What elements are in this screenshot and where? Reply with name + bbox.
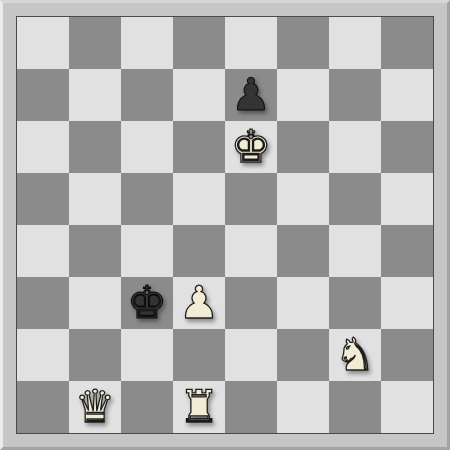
square-d7[interactable]: [173, 69, 225, 121]
square-h4[interactable]: [381, 225, 433, 277]
square-f6[interactable]: [277, 121, 329, 173]
square-g1[interactable]: [329, 381, 381, 433]
square-f8[interactable]: [277, 17, 329, 69]
square-c6[interactable]: [121, 121, 173, 173]
square-g3[interactable]: [329, 277, 381, 329]
square-b2[interactable]: [69, 329, 121, 381]
square-b4[interactable]: [69, 225, 121, 277]
square-e6[interactable]: ♚: [225, 121, 277, 173]
square-g8[interactable]: [329, 17, 381, 69]
square-h3[interactable]: [381, 277, 433, 329]
square-f2[interactable]: [277, 329, 329, 381]
square-c2[interactable]: [121, 329, 173, 381]
white-knight[interactable]: ♞: [335, 329, 375, 381]
black-pawn[interactable]: ♟: [231, 69, 271, 121]
square-a7[interactable]: [17, 69, 69, 121]
white-queen[interactable]: ♛: [75, 381, 115, 433]
square-e4[interactable]: [225, 225, 277, 277]
white-king[interactable]: ♚: [231, 121, 271, 173]
square-b1[interactable]: ♛: [69, 381, 121, 433]
square-g7[interactable]: [329, 69, 381, 121]
square-d4[interactable]: [173, 225, 225, 277]
square-d5[interactable]: [173, 173, 225, 225]
square-h6[interactable]: [381, 121, 433, 173]
square-f7[interactable]: [277, 69, 329, 121]
square-d3[interactable]: ♟: [173, 277, 225, 329]
square-a6[interactable]: [17, 121, 69, 173]
square-e2[interactable]: [225, 329, 277, 381]
square-g2[interactable]: ♞: [329, 329, 381, 381]
square-g5[interactable]: [329, 173, 381, 225]
square-e7[interactable]: ♟: [225, 69, 277, 121]
square-d1[interactable]: ♜: [173, 381, 225, 433]
square-d8[interactable]: [173, 17, 225, 69]
square-d2[interactable]: [173, 329, 225, 381]
square-f5[interactable]: [277, 173, 329, 225]
square-a2[interactable]: [17, 329, 69, 381]
square-c7[interactable]: [121, 69, 173, 121]
square-c5[interactable]: [121, 173, 173, 225]
square-b5[interactable]: [69, 173, 121, 225]
square-e3[interactable]: [225, 277, 277, 329]
square-c8[interactable]: [121, 17, 173, 69]
square-e8[interactable]: [225, 17, 277, 69]
white-pawn[interactable]: ♟: [179, 277, 219, 329]
square-b8[interactable]: [69, 17, 121, 69]
square-h1[interactable]: [381, 381, 433, 433]
square-g6[interactable]: [329, 121, 381, 173]
square-c1[interactable]: [121, 381, 173, 433]
square-a8[interactable]: [17, 17, 69, 69]
square-c4[interactable]: [121, 225, 173, 277]
black-king[interactable]: ♚: [127, 277, 167, 329]
white-rook[interactable]: ♜: [179, 381, 219, 433]
square-f4[interactable]: [277, 225, 329, 277]
square-d6[interactable]: [173, 121, 225, 173]
square-f1[interactable]: [277, 381, 329, 433]
square-e5[interactable]: [225, 173, 277, 225]
chess-board: ♟♚♚♟♞♛♜: [16, 16, 434, 434]
square-h2[interactable]: [381, 329, 433, 381]
square-b7[interactable]: [69, 69, 121, 121]
square-h8[interactable]: [381, 17, 433, 69]
square-a4[interactable]: [17, 225, 69, 277]
square-b6[interactable]: [69, 121, 121, 173]
square-g4[interactable]: [329, 225, 381, 277]
square-c3[interactable]: ♚: [121, 277, 173, 329]
square-h7[interactable]: [381, 69, 433, 121]
square-a3[interactable]: [17, 277, 69, 329]
square-h5[interactable]: [381, 173, 433, 225]
square-f3[interactable]: [277, 277, 329, 329]
square-a1[interactable]: [17, 381, 69, 433]
square-a5[interactable]: [17, 173, 69, 225]
square-e1[interactable]: [225, 381, 277, 433]
square-b3[interactable]: [69, 277, 121, 329]
board-frame: ♟♚♚♟♞♛♜: [0, 0, 450, 450]
